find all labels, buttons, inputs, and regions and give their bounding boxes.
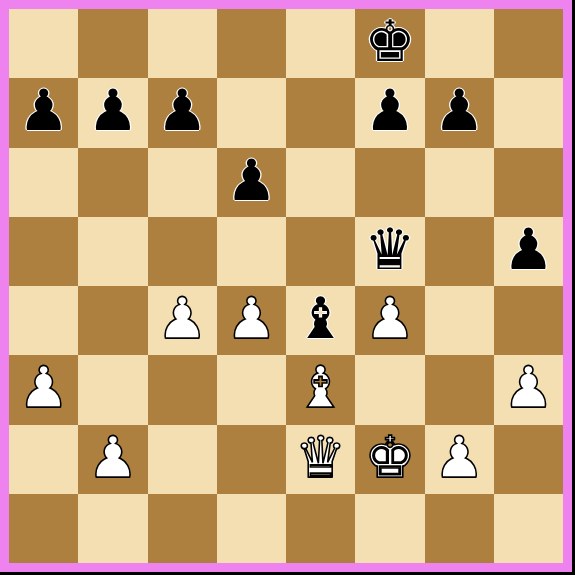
- square-a2[interactable]: [9, 425, 78, 494]
- square-a8[interactable]: [9, 9, 78, 78]
- square-f2[interactable]: ♚: [355, 425, 424, 494]
- piece-black-pawn[interactable]: ♟: [364, 82, 415, 139]
- piece-black-queen[interactable]: ♛: [364, 221, 415, 278]
- square-b1[interactable]: [78, 494, 147, 563]
- square-e2[interactable]: ♛: [286, 425, 355, 494]
- square-b8[interactable]: [78, 9, 147, 78]
- square-g1[interactable]: [425, 494, 494, 563]
- piece-black-pawn[interactable]: ♟: [157, 82, 208, 139]
- square-d5[interactable]: [217, 217, 286, 286]
- square-d2[interactable]: [217, 425, 286, 494]
- square-h7[interactable]: [494, 78, 563, 147]
- square-d4[interactable]: ♟: [217, 286, 286, 355]
- square-e6[interactable]: [286, 148, 355, 217]
- square-f8[interactable]: ♚: [355, 9, 424, 78]
- square-e7[interactable]: [286, 78, 355, 147]
- square-f5[interactable]: ♛: [355, 217, 424, 286]
- square-h6[interactable]: [494, 148, 563, 217]
- piece-white-king[interactable]: ♚: [364, 429, 415, 486]
- square-h2[interactable]: [494, 425, 563, 494]
- square-a3[interactable]: ♟: [9, 355, 78, 424]
- square-h3[interactable]: ♟: [494, 355, 563, 424]
- piece-black-bishop[interactable]: ♝: [295, 290, 346, 347]
- page-background: ♚♟♟♟♟♟♟♛♟♟♟♝♟♟♝♟♟♛♚♟: [0, 0, 575, 575]
- square-b2[interactable]: ♟: [78, 425, 147, 494]
- square-b3[interactable]: [78, 355, 147, 424]
- square-d1[interactable]: [217, 494, 286, 563]
- square-a7[interactable]: ♟: [9, 78, 78, 147]
- piece-white-queen[interactable]: ♛: [295, 429, 346, 486]
- piece-black-pawn[interactable]: ♟: [434, 82, 485, 139]
- square-d3[interactable]: [217, 355, 286, 424]
- square-b7[interactable]: ♟: [78, 78, 147, 147]
- square-b6[interactable]: [78, 148, 147, 217]
- square-g7[interactable]: ♟: [425, 78, 494, 147]
- square-g2[interactable]: ♟: [425, 425, 494, 494]
- square-a6[interactable]: [9, 148, 78, 217]
- square-h8[interactable]: [494, 9, 563, 78]
- square-g3[interactable]: [425, 355, 494, 424]
- square-f7[interactable]: ♟: [355, 78, 424, 147]
- piece-white-pawn[interactable]: ♟: [157, 290, 208, 347]
- piece-white-pawn[interactable]: ♟: [434, 429, 485, 486]
- square-b4[interactable]: [78, 286, 147, 355]
- square-c7[interactable]: ♟: [148, 78, 217, 147]
- square-a4[interactable]: [9, 286, 78, 355]
- square-e8[interactable]: [286, 9, 355, 78]
- square-f1[interactable]: [355, 494, 424, 563]
- square-e4[interactable]: ♝: [286, 286, 355, 355]
- square-c8[interactable]: [148, 9, 217, 78]
- square-c4[interactable]: ♟: [148, 286, 217, 355]
- square-d8[interactable]: [217, 9, 286, 78]
- piece-white-pawn[interactable]: ♟: [18, 359, 69, 416]
- piece-black-pawn[interactable]: ♟: [226, 152, 277, 209]
- chess-board: ♚♟♟♟♟♟♟♛♟♟♟♝♟♟♝♟♟♛♚♟: [0, 0, 572, 572]
- square-e3[interactable]: ♝: [286, 355, 355, 424]
- square-f3[interactable]: [355, 355, 424, 424]
- square-c5[interactable]: [148, 217, 217, 286]
- square-f6[interactable]: [355, 148, 424, 217]
- square-g4[interactable]: [425, 286, 494, 355]
- square-h5[interactable]: ♟: [494, 217, 563, 286]
- square-e5[interactable]: [286, 217, 355, 286]
- piece-white-pawn[interactable]: ♟: [364, 290, 415, 347]
- square-c2[interactable]: [148, 425, 217, 494]
- square-f4[interactable]: ♟: [355, 286, 424, 355]
- square-c1[interactable]: [148, 494, 217, 563]
- square-a1[interactable]: [9, 494, 78, 563]
- square-c3[interactable]: [148, 355, 217, 424]
- piece-white-pawn[interactable]: ♟: [87, 429, 138, 486]
- square-h4[interactable]: [494, 286, 563, 355]
- square-e1[interactable]: [286, 494, 355, 563]
- piece-black-pawn[interactable]: ♟: [503, 221, 554, 278]
- square-g5[interactable]: [425, 217, 494, 286]
- piece-black-king[interactable]: ♚: [364, 13, 415, 70]
- square-c6[interactable]: [148, 148, 217, 217]
- piece-black-pawn[interactable]: ♟: [87, 82, 138, 139]
- piece-white-pawn[interactable]: ♟: [503, 359, 554, 416]
- piece-black-pawn[interactable]: ♟: [18, 82, 69, 139]
- square-g8[interactable]: [425, 9, 494, 78]
- piece-white-pawn[interactable]: ♟: [226, 290, 277, 347]
- square-d7[interactable]: [217, 78, 286, 147]
- square-b5[interactable]: [78, 217, 147, 286]
- square-a5[interactable]: [9, 217, 78, 286]
- square-h1[interactable]: [494, 494, 563, 563]
- square-g6[interactable]: [425, 148, 494, 217]
- square-d6[interactable]: ♟: [217, 148, 286, 217]
- piece-white-bishop[interactable]: ♝: [295, 359, 346, 416]
